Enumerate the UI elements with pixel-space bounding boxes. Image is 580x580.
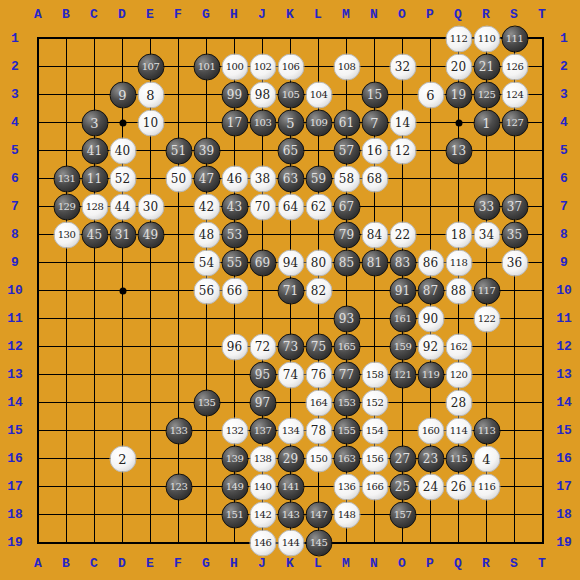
stone-white-H10: 66 [221,277,248,304]
stone-white-S2: 126 [501,53,528,80]
stone-black-Q5: 13 [445,137,472,164]
row-label-right-8: 8 [560,227,568,242]
row-label-right-9: 9 [560,255,568,270]
stone-white-L9: 80 [305,249,332,276]
stone-black-O18: 157 [389,501,416,528]
row-label-right-18: 18 [556,507,572,522]
col-label-top-F: F [174,7,182,22]
stone-black-S7: 37 [501,193,528,220]
row-label-left-4: 4 [11,115,19,130]
stone-white-Q2: 20 [445,53,472,80]
stone-white-J18: 142 [249,501,276,528]
stone-black-H7: 43 [221,193,248,220]
stone-white-M17: 136 [333,473,360,500]
stone-white-N14: 152 [361,389,388,416]
col-label-bottom-N: N [370,556,378,571]
stone-black-K17: 141 [277,473,304,500]
row-label-right-16: 16 [556,451,572,466]
stone-black-F15: 133 [165,417,192,444]
stone-white-B8: 130 [53,221,80,248]
stone-white-K15: 134 [277,417,304,444]
stone-black-R10: 117 [473,277,500,304]
col-label-top-O: O [398,7,406,22]
stone-white-Q10: 88 [445,277,472,304]
stone-black-E8: 49 [137,221,164,248]
stone-white-J12: 72 [249,333,276,360]
row-label-right-7: 7 [560,199,568,214]
stone-white-S3: 124 [501,81,528,108]
col-label-top-S: S [510,7,518,22]
stone-white-G8: 48 [193,221,220,248]
stone-black-R3: 125 [473,81,500,108]
stone-black-P16: 23 [417,445,444,472]
col-label-top-C: C [90,7,98,22]
stone-black-J14: 97 [249,389,276,416]
col-label-bottom-K: K [286,556,294,571]
stone-white-R16: 4 [473,445,500,472]
stone-black-C5: 41 [81,137,108,164]
row-label-left-3: 3 [11,87,19,102]
stone-black-O12: 159 [389,333,416,360]
row-label-left-6: 6 [11,171,19,186]
col-label-bottom-R: R [482,556,490,571]
col-label-bottom-A: A [34,556,42,571]
stone-black-B7: 129 [53,193,80,220]
stone-white-Q15: 114 [445,417,472,444]
stone-black-M7: 67 [333,193,360,220]
stone-white-Q13: 120 [445,361,472,388]
stone-black-J9: 69 [249,249,276,276]
stone-white-H2: 100 [221,53,248,80]
stone-black-K18: 143 [277,501,304,528]
stone-black-O10: 91 [389,277,416,304]
stone-white-N15: 154 [361,417,388,444]
stone-black-S1: 111 [501,25,528,52]
stone-black-F17: 123 [165,473,192,500]
stone-white-L14: 164 [305,389,332,416]
col-label-top-T: T [538,7,546,22]
stone-black-K5: 65 [277,137,304,164]
stone-black-K10: 71 [277,277,304,304]
stone-black-P10: 87 [417,277,444,304]
row-label-left-15: 15 [7,423,23,438]
col-label-bottom-M: M [342,556,350,571]
stone-black-M11: 93 [333,305,360,332]
stone-white-L10: 82 [305,277,332,304]
col-label-bottom-H: H [230,556,238,571]
stone-white-J16: 138 [249,445,276,472]
stone-black-O17: 25 [389,473,416,500]
stone-black-Q16: 115 [445,445,472,472]
stone-black-S4: 127 [501,109,528,136]
stone-black-G14: 135 [193,389,220,416]
stone-white-J6: 38 [249,165,276,192]
stone-white-O2: 32 [389,53,416,80]
stone-black-R2: 21 [473,53,500,80]
stone-white-H6: 46 [221,165,248,192]
stone-black-L4: 109 [305,109,332,136]
stone-black-M4: 61 [333,109,360,136]
stone-white-Q12: 162 [445,333,472,360]
stone-white-N17: 166 [361,473,388,500]
row-label-right-4: 4 [560,115,568,130]
stone-white-K2: 106 [277,53,304,80]
stone-black-R4: 1 [473,109,500,136]
row-label-left-11: 11 [7,311,23,326]
stone-black-H16: 139 [221,445,248,472]
col-label-bottom-L: L [314,556,322,571]
stone-white-L16: 150 [305,445,332,472]
stone-black-K3: 105 [277,81,304,108]
go-board[interactable]: 1234567891011121314151617181920212223242… [0,0,580,580]
col-label-bottom-S: S [510,556,518,571]
stone-black-M12: 165 [333,333,360,360]
stone-white-J7: 70 [249,193,276,220]
stone-black-H8: 53 [221,221,248,248]
row-label-left-1: 1 [11,31,19,46]
stone-black-M14: 153 [333,389,360,416]
row-label-left-13: 13 [7,367,23,382]
col-label-bottom-E: E [146,556,154,571]
stone-white-C7: 128 [81,193,108,220]
stone-black-G6: 47 [193,165,220,192]
stone-black-S8: 35 [501,221,528,248]
stone-black-P13: 119 [417,361,444,388]
stone-black-M8: 79 [333,221,360,248]
stone-black-J15: 137 [249,417,276,444]
row-label-left-7: 7 [11,199,19,214]
stone-black-O11: 161 [389,305,416,332]
stone-black-N4: 7 [361,109,388,136]
row-label-left-19: 19 [7,535,23,550]
col-label-top-R: R [482,7,490,22]
row-label-left-9: 9 [11,255,19,270]
stone-black-C4: 3 [81,109,108,136]
stone-white-M2: 108 [333,53,360,80]
stone-white-J3: 98 [249,81,276,108]
col-label-top-G: G [202,7,210,22]
stone-white-Q1: 112 [445,25,472,52]
stone-white-E7: 30 [137,193,164,220]
stone-white-G9: 54 [193,249,220,276]
stone-white-J2: 102 [249,53,276,80]
stone-black-L6: 59 [305,165,332,192]
row-label-left-12: 12 [7,339,23,354]
row-label-right-17: 17 [556,479,572,494]
stone-black-D3: 9 [109,81,136,108]
col-label-top-E: E [146,7,154,22]
row-label-left-16: 16 [7,451,23,466]
stone-white-N16: 156 [361,445,388,472]
stone-white-P17: 24 [417,473,444,500]
stone-white-K7: 64 [277,193,304,220]
stone-black-O13: 121 [389,361,416,388]
stone-black-J13: 95 [249,361,276,388]
stone-white-D16: 2 [109,445,136,472]
stone-white-P12: 92 [417,333,444,360]
stone-white-G7: 42 [193,193,220,220]
stone-white-D7: 44 [109,193,136,220]
col-label-bottom-Q: Q [454,556,462,571]
col-label-bottom-P: P [426,556,434,571]
col-label-bottom-T: T [538,556,546,571]
row-label-left-8: 8 [11,227,19,242]
row-label-left-17: 17 [7,479,23,494]
row-label-left-2: 2 [11,59,19,74]
stone-black-R15: 113 [473,417,500,444]
stone-black-H18: 151 [221,501,248,528]
stone-white-Q8: 18 [445,221,472,248]
row-label-right-2: 2 [560,59,568,74]
stone-white-Q14: 28 [445,389,472,416]
row-label-left-14: 14 [7,395,23,410]
stone-white-O8: 22 [389,221,416,248]
row-label-right-15: 15 [556,423,572,438]
stone-white-L13: 76 [305,361,332,388]
col-label-bottom-J: J [258,556,266,571]
stone-white-M6: 58 [333,165,360,192]
col-label-bottom-G: G [202,556,210,571]
stone-white-D5: 40 [109,137,136,164]
stone-white-P15: 160 [417,417,444,444]
col-label-top-L: L [314,7,322,22]
stone-white-E3: 8 [137,81,164,108]
col-label-top-B: B [62,7,70,22]
row-label-left-5: 5 [11,143,19,158]
stone-black-K6: 63 [277,165,304,192]
go-board-diagram: 1234567891011121314151617181920212223242… [0,0,580,580]
stone-white-N6: 68 [361,165,388,192]
col-label-top-K: K [286,7,294,22]
stone-white-L7: 62 [305,193,332,220]
row-label-right-3: 3 [560,87,568,102]
stone-white-R8: 34 [473,221,500,248]
stone-white-L15: 78 [305,417,332,444]
col-label-bottom-B: B [62,556,70,571]
stone-white-R11: 122 [473,305,500,332]
stone-black-M15: 155 [333,417,360,444]
star-point-D4 [119,119,126,126]
stone-white-F6: 50 [165,165,192,192]
row-label-right-1: 1 [560,31,568,46]
stone-black-G5: 39 [193,137,220,164]
stone-white-K9: 94 [277,249,304,276]
row-label-right-14: 14 [556,395,572,410]
stone-white-N5: 16 [361,137,388,164]
row-label-right-12: 12 [556,339,572,354]
col-label-top-J: J [258,7,266,22]
row-label-right-11: 11 [556,311,572,326]
stone-black-O9: 83 [389,249,416,276]
stone-white-D6: 52 [109,165,136,192]
stone-white-O5: 12 [389,137,416,164]
stone-white-H15: 132 [221,417,248,444]
stone-white-N8: 84 [361,221,388,248]
row-label-right-19: 19 [556,535,572,550]
stone-white-P11: 90 [417,305,444,332]
star-point-Q4 [455,119,462,126]
stone-white-P9: 86 [417,249,444,276]
stone-black-L12: 75 [305,333,332,360]
stone-black-E2: 107 [137,53,164,80]
row-label-right-6: 6 [560,171,568,186]
stone-black-M13: 77 [333,361,360,388]
stone-white-K19: 144 [277,529,304,556]
stone-white-Q9: 118 [445,249,472,276]
stone-black-M9: 85 [333,249,360,276]
stone-white-O4: 14 [389,109,416,136]
col-label-top-M: M [342,7,350,22]
row-label-right-5: 5 [560,143,568,158]
col-label-top-A: A [34,7,42,22]
stone-black-M5: 57 [333,137,360,164]
stone-black-H9: 55 [221,249,248,276]
col-label-top-D: D [118,7,126,22]
stone-black-N9: 81 [361,249,388,276]
col-label-top-Q: Q [454,7,462,22]
stone-white-R17: 116 [473,473,500,500]
stone-black-O16: 27 [389,445,416,472]
col-label-top-P: P [426,7,434,22]
row-label-left-18: 18 [7,507,23,522]
stone-black-G2: 101 [193,53,220,80]
stone-white-Q17: 26 [445,473,472,500]
stone-black-R7: 33 [473,193,500,220]
row-label-right-10: 10 [556,283,572,298]
stone-white-P3: 6 [417,81,444,108]
stone-white-S9: 36 [501,249,528,276]
stone-black-C6: 11 [81,165,108,192]
stone-black-M16: 163 [333,445,360,472]
stone-black-B6: 131 [53,165,80,192]
stone-black-K12: 73 [277,333,304,360]
stone-black-L18: 147 [305,501,332,528]
stone-black-C8: 45 [81,221,108,248]
col-label-bottom-O: O [398,556,406,571]
stone-black-J4: 103 [249,109,276,136]
row-label-right-13: 13 [556,367,572,382]
stone-black-N3: 15 [361,81,388,108]
stone-white-E4: 10 [137,109,164,136]
stone-white-M18: 148 [333,501,360,528]
col-label-bottom-D: D [118,556,126,571]
stone-black-H3: 99 [221,81,248,108]
stone-white-K13: 74 [277,361,304,388]
col-label-bottom-C: C [90,556,98,571]
star-point-D10 [119,287,126,294]
stone-black-K16: 29 [277,445,304,472]
stone-black-F5: 51 [165,137,192,164]
col-label-top-N: N [370,7,378,22]
stone-black-H17: 149 [221,473,248,500]
stone-white-L3: 104 [305,81,332,108]
stone-black-L19: 145 [305,529,332,556]
stone-white-J19: 146 [249,529,276,556]
stone-black-Q3: 19 [445,81,472,108]
stone-white-N13: 158 [361,361,388,388]
stone-white-G10: 56 [193,277,220,304]
row-label-left-10: 10 [7,283,23,298]
stone-white-R1: 110 [473,25,500,52]
stone-black-K4: 5 [277,109,304,136]
stone-white-H12: 96 [221,333,248,360]
col-label-bottom-F: F [174,556,182,571]
stone-white-J17: 140 [249,473,276,500]
col-label-top-H: H [230,7,238,22]
stone-black-D8: 31 [109,221,136,248]
stone-black-H4: 17 [221,109,248,136]
